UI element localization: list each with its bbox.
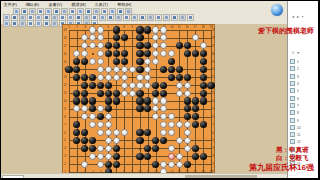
black-stone (136, 42, 143, 49)
white-stone (121, 82, 128, 89)
white-stone (168, 145, 175, 152)
black-stone (105, 90, 112, 97)
black-stone (160, 90, 167, 97)
tree-node-label: 7 (297, 103, 299, 107)
coordinate-label: 7 (63, 123, 67, 126)
toolbar-button-icon (29, 16, 32, 19)
black-stone (192, 153, 199, 160)
white-stone (121, 90, 128, 97)
menu-item-3[interactable]: 棋谱(M) (69, 2, 88, 7)
toolbar-button-icon (13, 22, 16, 25)
tree-node-label: 8 (297, 111, 299, 115)
coordinate-label: 17 (211, 44, 215, 47)
tree-node-label: 3 (297, 74, 299, 78)
white-stone (184, 82, 191, 89)
panel-tool-icons[interactable]: ≡▾ (292, 51, 299, 55)
window-chrome: 文件(F)编辑(E)查看(V)棋谱(M)工具(T)帮助(H) (1, 1, 287, 24)
tree-node-label: 5 (297, 89, 299, 93)
menu-item-2[interactable]: 查看(V) (46, 2, 65, 7)
white-stone (176, 90, 183, 97)
toolbar-button-icon (95, 10, 98, 13)
coordinate-label: 4 (211, 147, 215, 150)
white-stone (113, 66, 120, 73)
coordinate-label: 19 (211, 29, 215, 32)
toolbar-button-icon (119, 10, 122, 13)
black-stone (113, 153, 120, 160)
move-tree-item[interactable]: 10 (290, 124, 301, 131)
black-stone (200, 153, 207, 160)
toolbar-button-icon (53, 22, 56, 25)
black-stone (200, 121, 207, 128)
toolbar-button[interactable] (99, 14, 106, 21)
black-stone (136, 97, 143, 104)
coordinate-label: 9 (63, 107, 67, 110)
toolbar-button-icon (61, 16, 64, 19)
toolbar-button-icon (23, 10, 26, 13)
coordinate-label: 3 (63, 155, 67, 158)
move-tree-item[interactable]: 2 (290, 65, 301, 72)
tree-node-icon (290, 74, 295, 79)
black-stone (136, 58, 143, 65)
black-stone (184, 97, 191, 104)
coordinate-label: 8 (211, 115, 215, 118)
white-stone (152, 97, 159, 104)
black-stone (89, 97, 96, 104)
toolbar-button[interactable] (11, 20, 18, 27)
black-stone (136, 129, 143, 136)
last-move-stone (168, 153, 175, 160)
toolbar-button-icon (189, 16, 192, 19)
black-stone (113, 161, 120, 168)
toolbar-button-icon (173, 16, 176, 19)
toolbar-button-icon (181, 16, 184, 19)
tree-node-label: 10 (297, 125, 301, 129)
toolbar-button-icon (141, 16, 144, 19)
toolbar-button[interactable] (27, 20, 34, 27)
menu-bar: 文件(F)编辑(E)查看(V)棋谱(M)工具(T)帮助(H) (1, 1, 287, 7)
white-stone (160, 26, 167, 33)
white-stone (105, 145, 112, 152)
coordinate-label: 15 (63, 60, 67, 63)
white-stone (176, 82, 183, 89)
black-stone (176, 74, 183, 81)
black-stone (65, 66, 72, 73)
coordinate-label: 17 (63, 44, 67, 47)
menu-item-0[interactable]: 文件(F) (1, 2, 19, 7)
toolbar-button-icon (21, 16, 24, 19)
black-stone (113, 145, 120, 152)
panel-icon[interactable]: ▸ (297, 15, 299, 19)
coordinate-label: 16 (184, 26, 190, 29)
coordinate-label: 4 (63, 147, 67, 150)
white-stone (105, 153, 112, 160)
coordinate-label: 2 (74, 26, 80, 29)
toolbar-button[interactable] (107, 14, 114, 21)
black-stone (184, 161, 191, 168)
coordinate-label: 14 (169, 26, 175, 29)
coordinate-label: 12 (63, 84, 67, 87)
white-stone (176, 161, 183, 168)
white-stone (121, 129, 128, 136)
black-stone (168, 74, 175, 81)
white-stone (152, 26, 159, 33)
coordinate-label: 2 (63, 163, 67, 166)
coordinate-label: 6 (211, 131, 215, 134)
white-stone (160, 161, 167, 168)
tree-node-label: 4 (297, 82, 299, 86)
coordinate-label: 9 (129, 26, 135, 29)
toolbar-button[interactable] (131, 14, 138, 21)
tree-node-icon (290, 81, 295, 86)
tree-node-icon (290, 132, 295, 137)
toolbar-button-icon (5, 22, 8, 25)
coordinate-label: 3 (211, 155, 215, 158)
toolbar-button[interactable] (147, 14, 154, 21)
letterbox-bottom (0, 178, 320, 180)
black-stone (176, 66, 183, 73)
coordinate-label: 13 (63, 76, 67, 79)
black-stone (97, 90, 104, 97)
go-board[interactable]: 1122334455667788991010111112121313141415… (62, 24, 215, 174)
move-tree-item[interactable]: 11 (290, 131, 301, 138)
menu-item-4[interactable]: 工具(T) (92, 2, 110, 7)
toolbar-button-icon (37, 22, 40, 25)
white-stone (97, 74, 104, 81)
toolbar-button[interactable] (43, 20, 50, 27)
white-stone (184, 129, 191, 136)
toolbar-button[interactable] (115, 14, 122, 21)
black-stone (113, 58, 120, 65)
move-tree-item[interactable]: 7 (290, 102, 301, 109)
black-stone (192, 97, 199, 104)
white-stone (168, 161, 175, 168)
white-stone (97, 153, 104, 160)
toolbar-button-icon (45, 16, 48, 19)
hoshi-point (92, 53, 94, 55)
black-stone (136, 26, 143, 33)
panel-icon[interactable]: ◂ (292, 15, 294, 19)
white-stone (129, 82, 136, 89)
white-stone (89, 26, 96, 33)
black-stone (192, 145, 199, 152)
black-stone (207, 82, 214, 89)
coordinate-label: 8 (121, 26, 127, 29)
event-caption: 第九届应氏杯16强 (249, 162, 314, 173)
black-stone (184, 74, 191, 81)
move-tree-item[interactable]: 6 (290, 94, 301, 101)
move-tree-item[interactable]: 12 (290, 138, 301, 145)
toolbar-button-icon (93, 16, 96, 19)
tree-node-label: 12 (297, 140, 301, 144)
white-stone (129, 66, 136, 73)
panel-icon[interactable]: ▾ (297, 51, 299, 55)
black-stone (200, 58, 207, 65)
white-stone (136, 74, 143, 81)
coordinate-label: 10 (211, 100, 215, 103)
black-stone (105, 82, 112, 89)
white-stone (136, 82, 143, 89)
black-stone (97, 82, 104, 89)
toolbar-button-icon (63, 10, 66, 13)
toolbar-button-icon (55, 10, 58, 13)
coordinate-label: 3 (82, 26, 88, 29)
toolbar-button-icon (79, 10, 82, 13)
letterbox-top (0, 0, 320, 1)
black-stone (200, 50, 207, 57)
black-stone (105, 97, 112, 104)
move-tree-item[interactable]: 5 (290, 87, 301, 94)
toolbar-button-icon (15, 10, 18, 13)
black-stone (160, 82, 167, 89)
coordinate-label: 15 (177, 26, 183, 29)
toolbar-button[interactable] (3, 20, 10, 27)
white-stone (105, 137, 112, 144)
panel-icon[interactable]: ≡ (292, 51, 294, 55)
toolbar-button-icon (111, 10, 114, 13)
channel-watermark: 爱下棋的围棋老师 (258, 26, 314, 36)
coordinate-label: 17 (192, 26, 198, 29)
toolbar-button-icon (85, 16, 88, 19)
coordinate-label: 14 (211, 68, 215, 71)
toolbar-button-icon (133, 16, 136, 19)
coordinate-label: 18 (211, 36, 215, 39)
white-stone (89, 153, 96, 160)
toolbar-button[interactable] (139, 14, 146, 21)
white-stone (113, 129, 120, 136)
toolbar-button-icon (103, 10, 106, 13)
black-stone (113, 90, 120, 97)
toolbar-button-icon (21, 22, 24, 25)
white-stone (184, 145, 191, 152)
toolbar-button-icon (125, 16, 128, 19)
black-stone (192, 121, 199, 128)
white-stone (129, 90, 136, 97)
toolbar-button-icon (69, 16, 72, 19)
black-stone (136, 50, 143, 57)
black-stone (136, 66, 143, 73)
black-stone (81, 97, 88, 104)
tree-node-icon (290, 66, 295, 71)
move-tree-item[interactable]: 9 (290, 116, 301, 123)
panel-nav-icons[interactable]: ◂▸▪ (292, 15, 303, 19)
coordinate-label: 2 (211, 163, 215, 166)
black-stone (200, 82, 207, 89)
white-stone (97, 26, 104, 33)
toolbar-button[interactable] (187, 14, 194, 21)
app-window: 文件(F)编辑(E)查看(V)棋谱(M)工具(T)帮助(H) 112233445… (0, 0, 320, 180)
tree-node-label: 9 (297, 118, 299, 122)
toolbar-button-icon (109, 16, 112, 19)
toolbar-button[interactable] (51, 20, 58, 27)
tree-node-icon (290, 59, 295, 64)
black-stone (105, 161, 112, 168)
coordinate-label: 13 (211, 76, 215, 79)
coordinate-label: 18 (63, 36, 67, 39)
coordinate-label: 16 (63, 52, 67, 55)
toolbar-button-icon (117, 16, 120, 19)
black-stone (113, 97, 120, 104)
toolbar-button[interactable] (35, 20, 42, 27)
tree-node-icon (290, 118, 295, 123)
coordinate-label: 18 (200, 26, 206, 29)
move-tree-item[interactable]: 1 (290, 58, 301, 65)
toolbar-button-icon (37, 16, 40, 19)
black-stone (192, 50, 199, 57)
white-stone (105, 74, 112, 81)
tree-node-icon (290, 139, 295, 144)
toolbar-button[interactable] (123, 14, 130, 21)
app-logo-icon[interactable] (271, 4, 283, 16)
coordinate-label: 5 (63, 139, 67, 142)
coordinate-label: 6 (63, 131, 67, 134)
toolbar-button-icon (39, 10, 42, 13)
black-stone (113, 26, 120, 33)
toolbar-button-icon (47, 10, 50, 13)
black-stone (200, 66, 207, 73)
toolbar-button[interactable] (19, 20, 26, 27)
black-stone (136, 90, 143, 97)
white-stone (121, 66, 128, 73)
toolbar-button-icon (149, 16, 152, 19)
coordinate-label: 16 (211, 52, 215, 55)
black-stone (200, 90, 207, 97)
coordinate-label: 11 (63, 92, 67, 95)
tree-node-icon (290, 110, 295, 115)
tree-node-label: 6 (297, 96, 299, 100)
toolbar-button-icon (31, 10, 34, 13)
toolbar-button[interactable] (171, 14, 178, 21)
tree-node-label: 11 (297, 133, 300, 137)
white-stone (113, 137, 120, 144)
white-stone (184, 90, 191, 97)
black-stone (200, 97, 207, 104)
coordinate-label: 9 (211, 107, 215, 110)
toolbar-button-icon (45, 22, 48, 25)
toolbar-button-icon (165, 16, 168, 19)
toolbar-button[interactable] (155, 14, 162, 21)
black-stone (136, 137, 143, 144)
toolbar-button-icon (127, 10, 130, 13)
white-stone (105, 66, 112, 73)
tree-node-icon (290, 103, 295, 108)
toolbar-button-icon (87, 10, 90, 13)
menu-item-1[interactable]: 编辑(E) (23, 2, 42, 7)
coordinate-label: 10 (63, 100, 67, 103)
toolbar-button[interactable] (179, 14, 186, 21)
coordinate-label: 15 (211, 60, 215, 63)
white-stone (121, 74, 128, 81)
white-stone (97, 161, 104, 168)
white-stone (176, 137, 183, 144)
white-stone (176, 153, 183, 160)
toolbar-button-icon (157, 16, 160, 19)
white-stone (184, 137, 191, 144)
black-stone (121, 58, 128, 65)
black-stone (136, 153, 143, 160)
tree-node-label: 2 (297, 67, 299, 71)
move-tree-item[interactable]: 3 (290, 73, 301, 80)
black-stone (89, 82, 96, 89)
toolbar-button-icon (53, 16, 56, 19)
coordinate-label: 7 (211, 123, 215, 126)
tree-node-label: 1 (297, 60, 299, 64)
toolbar-button-icon (77, 16, 80, 19)
toolbar-button-icon (71, 10, 74, 13)
coordinate-label: 19 (63, 29, 67, 32)
move-tree-item[interactable]: 8 (290, 109, 301, 116)
move-tree-item[interactable]: 4 (290, 80, 301, 87)
toolbar-button-icon (101, 16, 104, 19)
white-stone (97, 145, 104, 152)
panel-icon[interactable]: ▪ (302, 15, 303, 19)
tree-node-icon (290, 96, 295, 101)
toolbar-button-icon (29, 22, 32, 25)
coordinate-label: 8 (63, 115, 67, 118)
toolbar-button-icon (5, 16, 8, 19)
tree-node-icon (290, 125, 295, 130)
toolbar-button-icon (13, 16, 16, 19)
black-stone (121, 50, 128, 57)
coordinate-label: 6 (106, 26, 112, 29)
menu-item-5[interactable]: 帮助(H) (115, 2, 134, 7)
toolbar-button[interactable] (163, 14, 170, 21)
white-stone (160, 97, 167, 104)
black-stone (200, 74, 207, 81)
tree-node-icon (290, 88, 295, 93)
coordinate-label: 11 (211, 92, 215, 95)
white-stone (113, 74, 120, 81)
